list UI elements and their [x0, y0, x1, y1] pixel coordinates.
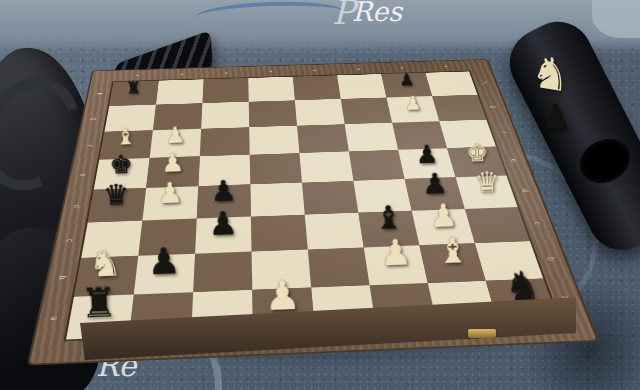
piece-wP-g2[interactable]: ♟ [404, 93, 422, 113]
piece-bP-d2[interactable]: ♟ [422, 170, 448, 199]
piece-bP-b7[interactable]: ♟ [147, 244, 181, 281]
chess-board-grid: ♜♟♟♝♟♚♟♟♚♛♟♟♟♛♟♝♟♞♟♟♝♜♟♞ [66, 71, 558, 339]
square-f6[interactable] [200, 127, 250, 156]
square-b7[interactable]: ♟ [134, 254, 195, 295]
square-b6[interactable] [193, 252, 252, 293]
square-c4[interactable] [305, 213, 364, 250]
square-c6[interactable]: ♟ [195, 217, 252, 254]
captured-black-pawn-icon[interactable]: ♟ [541, 100, 571, 133]
piece-wP-d7[interactable]: ♟ [156, 179, 183, 208]
piece-wP-a5[interactable]: ♟ [264, 276, 302, 317]
piece-bP-h2[interactable]: ♟ [399, 71, 414, 88]
square-g2[interactable]: ♟ [386, 96, 439, 123]
square-g1[interactable] [432, 95, 486, 121]
piece-wB-f8[interactable]: ♝ [115, 126, 136, 149]
square-h8[interactable]: ♜ [109, 81, 158, 106]
piece-bR-a8[interactable]: ♜ [80, 283, 119, 325]
carpet-text-top: Res [352, 0, 402, 27]
square-h1[interactable] [425, 71, 477, 96]
piece-wB-b2[interactable]: ♝ [436, 233, 469, 270]
square-d4[interactable] [302, 181, 358, 215]
border-dot [204, 70, 248, 75]
piece-bP-d6[interactable]: ♟ [210, 177, 237, 206]
border-dot [336, 66, 381, 71]
border-dot [423, 64, 468, 69]
square-b4[interactable] [308, 247, 370, 287]
piece-bP-c6[interactable]: ♟ [208, 208, 238, 241]
square-g4[interactable] [295, 99, 345, 126]
piece-wQ-d1[interactable]: ♛ [474, 168, 500, 197]
square-h5[interactable] [248, 77, 295, 102]
square-d1[interactable]: ♛ [456, 176, 518, 209]
square-b2[interactable]: ♝ [419, 243, 485, 283]
carpet-pattern-squiggle [195, 0, 346, 31]
piece-wP-c2[interactable]: ♟ [429, 200, 459, 233]
square-f5[interactable] [249, 126, 299, 155]
square-f3[interactable] [345, 123, 398, 152]
piece-wP-f7[interactable]: ♟ [165, 125, 186, 148]
piece-bK-e8[interactable]: ♚ [109, 152, 133, 178]
square-g3[interactable] [341, 97, 392, 124]
square-e4[interactable] [299, 151, 353, 182]
square-h3[interactable] [337, 74, 386, 99]
square-h7[interactable] [156, 79, 204, 104]
border-dot [248, 69, 292, 74]
square-c5[interactable] [251, 215, 308, 252]
square-d5[interactable] [250, 183, 304, 217]
piece-wP-b3[interactable]: ♟ [379, 235, 412, 272]
piece-bP-e2[interactable]: ♟ [415, 142, 438, 168]
captured-white-knight-icon[interactable]: ♞ [528, 49, 574, 99]
rolled-mat-opening [572, 130, 637, 191]
square-e3[interactable] [349, 150, 405, 181]
piece-wN-b8[interactable]: ♞ [88, 246, 122, 283]
square-g5[interactable] [249, 100, 297, 127]
border-dot [159, 71, 204, 76]
piece-bR-h8[interactable]: ♜ [126, 79, 142, 96]
piece-bQ-d8[interactable]: ♛ [103, 181, 130, 210]
square-d8[interactable]: ♛ [88, 188, 146, 222]
square-h4[interactable] [293, 75, 341, 100]
piece-bB-c3[interactable]: ♝ [374, 202, 404, 235]
piece-wK-e1[interactable]: ♚ [466, 141, 489, 167]
square-f4[interactable] [297, 124, 349, 153]
square-e5[interactable] [250, 153, 302, 184]
square-d7[interactable]: ♟ [142, 186, 198, 220]
square-g6[interactable] [201, 102, 249, 129]
square-b3[interactable]: ♟ [364, 245, 428, 285]
square-c1[interactable] [465, 207, 530, 243]
square-h6[interactable] [202, 78, 248, 103]
piece-wP-e7[interactable]: ♟ [161, 151, 185, 177]
brass-hinge-icon [468, 329, 496, 338]
border-dot [292, 67, 336, 72]
